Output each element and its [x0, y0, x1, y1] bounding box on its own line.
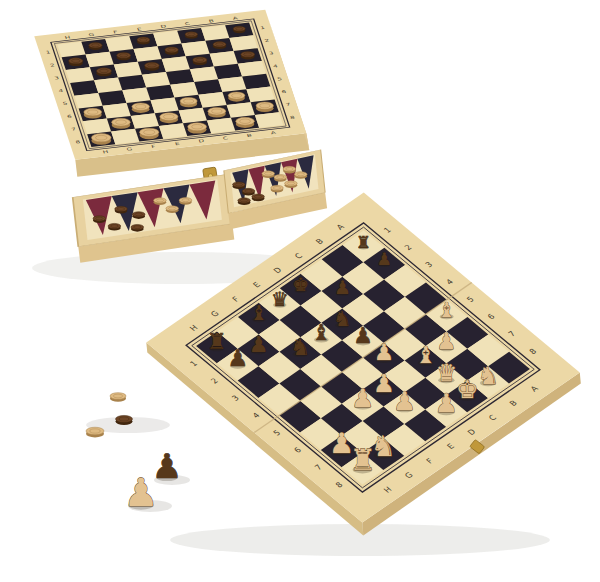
svg-text:♝: ♝: [312, 320, 331, 345]
chess-piece-light-bishop[interactable]: ♝: [415, 342, 436, 368]
chess-piece-dark-rook[interactable]: ♜: [207, 328, 227, 354]
checker-piece-light[interactable]: [180, 97, 197, 107]
chess-piece-dark-rook[interactable]: ♜: [356, 233, 371, 252]
checker-piece-dark[interactable]: [185, 32, 198, 39]
checkers-square[interactable]: [179, 108, 207, 124]
checkers-square[interactable]: [103, 103, 131, 119]
svg-text:♞: ♞: [477, 362, 499, 390]
chess-piece-light-pawn[interactable]: ♟: [393, 386, 416, 416]
checker-piece-dark[interactable]: [69, 58, 83, 66]
backgammon-disc-light[interactable]: [179, 198, 192, 205]
backgammon-disc-dark[interactable]: [233, 182, 246, 189]
chess-piece-light-pawn[interactable]: ♟: [437, 328, 457, 354]
svg-text:♚: ♚: [456, 375, 478, 404]
checkers-file-label: B: [246, 133, 252, 137]
chess-piece-dark-pawn[interactable]: ♟: [353, 323, 373, 348]
backgammon-disc-light[interactable]: [262, 171, 275, 178]
backgammon-disc-dark[interactable]: [132, 212, 145, 219]
checker-piece-dark[interactable]: [213, 42, 226, 50]
checkers-square[interactable]: [74, 93, 102, 109]
checker-piece-dark[interactable]: [137, 37, 150, 44]
checker-piece-dark[interactable]: [193, 57, 207, 65]
chess-piece-light-pawn[interactable]: ♟: [373, 369, 395, 398]
checkers-square[interactable]: [162, 56, 190, 72]
checkers-square[interactable]: [238, 61, 266, 77]
chess-piece-light-pawn[interactable]: ♟: [351, 383, 374, 413]
svg-text:♟: ♟: [124, 470, 159, 515]
checkers-square[interactable]: [246, 87, 274, 103]
svg-text:♜: ♜: [207, 328, 227, 354]
svg-text:♜: ♜: [349, 443, 375, 477]
svg-text:♝: ♝: [415, 342, 436, 368]
checker-piece-light[interactable]: [140, 128, 159, 139]
svg-text:♟: ♟: [435, 388, 458, 418]
backgammon-disc-dark[interactable]: [242, 188, 255, 195]
checker-piece-light[interactable]: [188, 123, 207, 134]
backgammon-disc-dark[interactable]: [115, 206, 128, 213]
product-photo: Wooden 3-in-1 folding game set: chess, c…: [0, 0, 600, 582]
checker-piece-light[interactable]: [160, 113, 178, 123]
checkers-square[interactable]: [153, 31, 181, 47]
checker-piece-dark[interactable]: [233, 26, 245, 33]
checkers-square[interactable]: [227, 102, 255, 118]
checkers-square[interactable]: [198, 92, 226, 108]
chess-piece-dark-pawn[interactable]: ♟: [377, 249, 392, 269]
checkers-square[interactable]: [255, 112, 283, 128]
checkers-file-label: H: [64, 35, 71, 40]
checker-piece-light[interactable]: [256, 102, 274, 112]
backgammon-disc-light[interactable]: [285, 181, 298, 188]
checker-piece-light[interactable]: [84, 108, 102, 118]
checkers-file-label: A: [270, 130, 276, 134]
chess-piece-light-queen[interactable]: ♛: [436, 359, 458, 387]
chess-piece-light-pawn[interactable]: ♟: [435, 388, 458, 418]
checkers-square[interactable]: [111, 129, 139, 145]
checkers-board-box: 11HH22GG33FF44EE55DD66CC77BB88AA: [34, 10, 309, 187]
checkers-square[interactable]: [86, 52, 114, 68]
backgammon-disc-dark[interactable]: [238, 198, 251, 205]
chess-piece-dark-knight[interactable]: ♞: [333, 307, 352, 331]
chess-piece-dark-knight[interactable]: ♞: [290, 334, 310, 360]
scene-canvas: 11HH22GG33FF44EE55DD66CC77BB88AA 11HH22G…: [0, 0, 600, 582]
svg-text:♞: ♞: [290, 334, 310, 360]
backgammon-disc-dark[interactable]: [131, 224, 144, 231]
checkers-square[interactable]: [166, 69, 194, 85]
svg-text:♞: ♞: [333, 307, 352, 331]
checkers-square[interactable]: [159, 123, 187, 139]
checkers-file-label: C: [222, 136, 228, 141]
chess-piece-light-rook[interactable]: ♜: [349, 443, 375, 477]
loose-checker-light[interactable]: [110, 393, 126, 402]
backgammon-disc-light[interactable]: [283, 166, 296, 173]
checkers-square[interactable]: [146, 85, 174, 101]
svg-text:♟: ♟: [227, 345, 248, 371]
checkers-square[interactable]: [214, 64, 242, 80]
svg-text:♟: ♟: [249, 331, 269, 357]
checkers-file-label: C: [184, 21, 190, 26]
checkers-square[interactable]: [105, 36, 133, 52]
checkers-square[interactable]: [94, 77, 122, 93]
checker-piece-light[interactable]: [132, 103, 150, 113]
svg-text:♟: ♟: [351, 383, 374, 413]
checkers-square[interactable]: [190, 66, 218, 82]
chess-piece-light-pawn[interactable]: ♟: [374, 339, 394, 365]
checker-piece-dark[interactable]: [96, 68, 111, 77]
checkers-square[interactable]: [201, 25, 229, 41]
checkers-square[interactable]: [134, 46, 162, 62]
checkers-square[interactable]: [229, 35, 257, 51]
checker-piece-dark[interactable]: [117, 52, 131, 60]
loose-chess-pawn-light[interactable]: ♟: [124, 470, 159, 515]
chess-piece-light-knight[interactable]: ♞: [477, 362, 499, 390]
backgammon-disc-light[interactable]: [154, 198, 167, 205]
checkers-square[interactable]: [122, 87, 150, 103]
checkers-square[interactable]: [170, 82, 198, 98]
backgammon-disc-light[interactable]: [274, 174, 287, 181]
chess-piece-dark-bishop[interactable]: ♝: [250, 301, 268, 325]
backgammon-disc-dark[interactable]: [252, 194, 265, 201]
chess-piece-dark-pawn[interactable]: ♟: [334, 276, 351, 298]
svg-text:♟: ♟: [353, 323, 373, 348]
checkers-square[interactable]: [98, 90, 126, 106]
checker-piece-light[interactable]: [208, 107, 226, 117]
checkers-square[interactable]: [83, 119, 111, 135]
svg-text:♚: ♚: [292, 274, 309, 295]
svg-text:♝: ♝: [250, 301, 268, 325]
checker-piece-light[interactable]: [112, 118, 131, 129]
checker-piece-light[interactable]: [91, 134, 111, 145]
svg-text:♟: ♟: [334, 276, 351, 298]
checkers-square[interactable]: [151, 98, 179, 114]
svg-text:♟: ♟: [374, 339, 394, 365]
checkers-file-label: A: [232, 16, 238, 20]
checkers-square[interactable]: [207, 118, 235, 134]
checkers-square[interactable]: [114, 62, 142, 78]
checkers-file-label: B: [208, 19, 214, 23]
chess-piece-light-king[interactable]: ♚: [456, 375, 478, 404]
checker-piece-dark[interactable]: [145, 62, 160, 70]
checkers-square[interactable]: [57, 42, 85, 58]
checkers-square[interactable]: [210, 51, 238, 67]
svg-text:♝: ♝: [438, 298, 456, 322]
checkers-square[interactable]: [70, 80, 98, 96]
svg-text:♟: ♟: [373, 369, 395, 398]
backgammon-disc-light[interactable]: [166, 206, 179, 213]
checkers-square[interactable]: [118, 75, 146, 91]
checkers-square[interactable]: [194, 79, 222, 95]
chess-piece-dark-queen[interactable]: ♛: [271, 288, 289, 311]
checkers-file-label: H: [102, 150, 109, 155]
loose-checker-light[interactable]: [86, 427, 104, 437]
chess-piece-dark-pawn[interactable]: ♟: [249, 331, 269, 357]
backgammon-disc-dark[interactable]: [108, 223, 121, 230]
backgammon-disc-light[interactable]: [294, 172, 307, 179]
backgammon-disc-light[interactable]: [271, 185, 284, 192]
svg-text:♟: ♟: [437, 328, 457, 354]
checkers-square[interactable]: [142, 72, 170, 88]
chess-piece-light-bishop[interactable]: ♝: [438, 298, 456, 322]
checkers-top-face: 11HH22GG33FF44EE55DD66CC77BB88AA: [34, 10, 306, 160]
chess-piece-dark-king[interactable]: ♚: [292, 274, 309, 295]
chess-piece-dark-bishop[interactable]: ♝: [312, 320, 331, 345]
backgammon-disc-dark[interactable]: [93, 216, 106, 223]
checkers-square[interactable]: [218, 77, 246, 93]
checkers-square[interactable]: [131, 113, 159, 129]
checkers-square[interactable]: [242, 74, 270, 90]
svg-text:♜: ♜: [356, 233, 371, 252]
checker-piece-dark[interactable]: [89, 42, 102, 50]
checkers-square[interactable]: [181, 41, 209, 57]
checker-piece-dark[interactable]: [241, 51, 255, 59]
svg-text:♛: ♛: [436, 359, 458, 387]
loose-pieces: ♟♟: [86, 393, 182, 515]
chess-piece-dark-pawn[interactable]: ♟: [227, 345, 248, 371]
svg-text:♟: ♟: [393, 386, 416, 416]
checker-piece-light[interactable]: [228, 92, 245, 102]
svg-text:♛: ♛: [271, 288, 289, 311]
checkers-square[interactable]: [66, 67, 94, 83]
checker-piece-light[interactable]: [236, 117, 255, 128]
svg-text:♟: ♟: [377, 249, 392, 269]
checker-piece-dark[interactable]: [165, 47, 179, 55]
loose-checker-dark[interactable]: [116, 415, 133, 425]
